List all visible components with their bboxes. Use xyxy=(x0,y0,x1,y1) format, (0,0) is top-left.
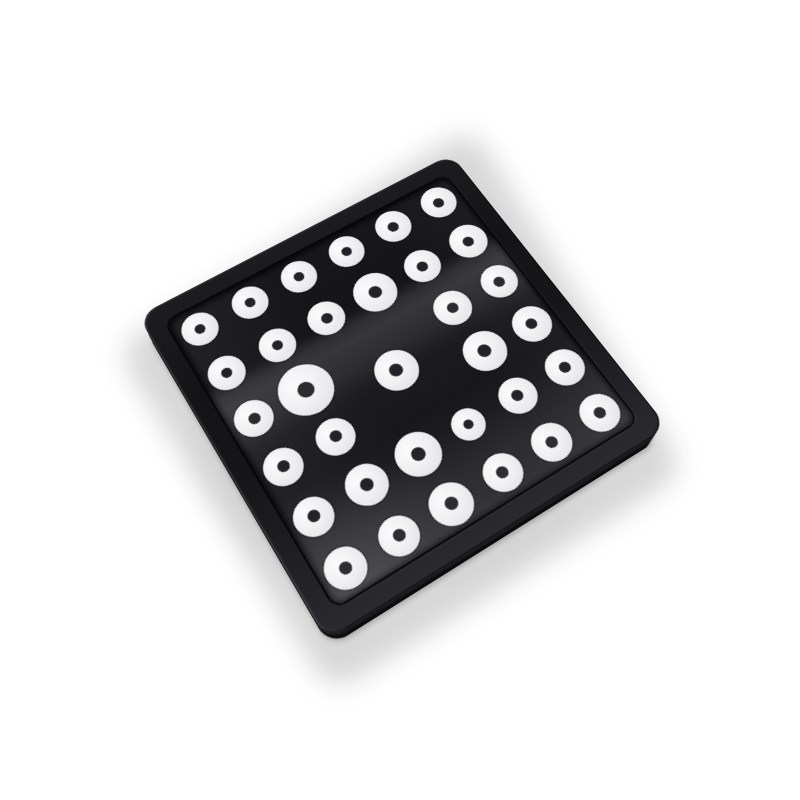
ring-F6 xyxy=(572,387,629,439)
ring-hole xyxy=(415,259,431,273)
ring-hole xyxy=(390,527,408,544)
ring-C2 xyxy=(267,355,344,426)
ring-F2 xyxy=(370,508,428,565)
ring-hole xyxy=(336,560,354,578)
ring-hole xyxy=(408,445,428,464)
ring-A4 xyxy=(322,230,371,272)
ring-hole xyxy=(246,411,263,427)
ring-A6 xyxy=(414,182,464,223)
ring-hole xyxy=(491,275,507,289)
ring-CENTER xyxy=(365,342,427,398)
ring-E5 xyxy=(490,371,545,421)
ring-B5 xyxy=(397,244,448,288)
ring-hole xyxy=(366,284,385,300)
ring-E1 xyxy=(285,489,342,545)
ring-B6 xyxy=(442,219,495,264)
product-photo-stage xyxy=(0,0,800,800)
ring-B3 xyxy=(301,295,353,341)
gloss-reflection xyxy=(166,176,638,608)
ring-hole xyxy=(462,418,476,431)
ring-hole xyxy=(319,311,335,325)
ring-F5 xyxy=(523,416,581,469)
ring-hole xyxy=(509,388,526,403)
ring-hole xyxy=(557,360,574,375)
ring-A2 xyxy=(225,280,275,325)
ring-C5 xyxy=(426,284,480,331)
ring-hole xyxy=(219,366,234,380)
ring-hole xyxy=(243,296,257,309)
ring-hole xyxy=(543,434,560,450)
ring-D2 xyxy=(308,411,363,463)
ring-D6 xyxy=(504,299,560,348)
ring-hole xyxy=(339,245,353,257)
ring-B4 xyxy=(345,266,406,319)
ring-hole xyxy=(445,301,461,315)
ring-A1 xyxy=(174,306,224,352)
ring-hole xyxy=(292,270,306,283)
ring-E3 xyxy=(385,424,451,486)
ring-A3 xyxy=(274,255,324,298)
ring-hole xyxy=(461,235,477,248)
board xyxy=(138,154,667,640)
ring-hole xyxy=(305,508,323,525)
ring-E4 xyxy=(445,402,493,447)
ring-E6 xyxy=(537,343,593,393)
tray-top-face xyxy=(138,154,667,640)
ring-D1 xyxy=(256,440,312,493)
ring-hole xyxy=(592,405,609,421)
ring-hole xyxy=(327,428,344,444)
ring-hole xyxy=(357,476,376,494)
ring-E2 xyxy=(336,456,397,514)
ring-hole xyxy=(270,338,285,351)
ring-hole xyxy=(275,458,292,474)
recessed-play-surface xyxy=(166,176,638,608)
ring-F3 xyxy=(420,474,483,535)
ring-hole xyxy=(494,464,512,480)
ring-A5 xyxy=(368,206,418,248)
ring-hole xyxy=(294,379,317,401)
ring-C6 xyxy=(473,259,525,304)
ring-hole xyxy=(442,494,461,512)
ring-F1 xyxy=(316,539,376,599)
ring-C1 xyxy=(227,393,281,444)
ring-hole xyxy=(385,220,400,233)
ring-B2 xyxy=(252,322,303,368)
ring-hole xyxy=(523,316,539,330)
ring-D5 xyxy=(454,323,516,378)
ring-hole xyxy=(386,361,405,379)
ring-hole xyxy=(431,196,446,209)
ring-hole xyxy=(475,342,494,359)
scene xyxy=(0,0,800,800)
ring-hole xyxy=(192,322,207,335)
ring-F4 xyxy=(474,446,531,500)
ring-B1 xyxy=(201,349,253,397)
